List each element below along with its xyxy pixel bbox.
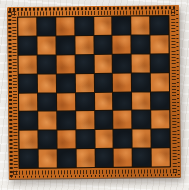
board-squares xyxy=(17,15,171,169)
square-g5[interactable] xyxy=(132,73,150,91)
square-b4[interactable] xyxy=(38,93,56,111)
square-e7[interactable] xyxy=(94,36,112,54)
square-a2[interactable] xyxy=(19,131,37,149)
square-e4[interactable] xyxy=(95,92,113,110)
square-d2[interactable] xyxy=(76,130,94,148)
square-a5[interactable] xyxy=(19,74,37,92)
table-surface xyxy=(0,0,189,190)
square-d3[interactable] xyxy=(76,111,94,129)
square-b1[interactable] xyxy=(38,150,56,168)
square-g6[interactable] xyxy=(132,54,150,72)
square-h5[interactable] xyxy=(151,73,169,91)
square-d1[interactable] xyxy=(76,149,94,167)
square-c1[interactable] xyxy=(57,149,75,167)
border-dentil-bottom xyxy=(11,174,179,178)
square-e1[interactable] xyxy=(95,149,113,167)
square-d7[interactable] xyxy=(75,36,93,54)
square-e5[interactable] xyxy=(94,73,112,91)
square-b5[interactable] xyxy=(38,74,56,92)
square-a3[interactable] xyxy=(19,112,37,130)
square-f2[interactable] xyxy=(114,130,132,148)
square-g1[interactable] xyxy=(133,149,151,167)
square-e8[interactable] xyxy=(94,17,112,35)
square-b6[interactable] xyxy=(37,55,55,73)
square-e6[interactable] xyxy=(94,55,112,73)
square-f5[interactable] xyxy=(113,73,131,91)
square-g3[interactable] xyxy=(132,111,150,129)
square-a4[interactable] xyxy=(19,93,37,111)
square-h2[interactable] xyxy=(152,129,170,147)
square-h8[interactable] xyxy=(150,16,168,34)
square-c3[interactable] xyxy=(57,112,75,130)
square-a8[interactable] xyxy=(18,18,36,36)
square-d8[interactable] xyxy=(75,17,93,35)
border-dentil-right xyxy=(176,7,180,175)
square-f6[interactable] xyxy=(113,54,131,72)
square-d6[interactable] xyxy=(75,55,93,73)
square-f8[interactable] xyxy=(113,17,131,35)
square-g7[interactable] xyxy=(132,35,150,53)
square-h1[interactable] xyxy=(152,148,170,166)
square-g8[interactable] xyxy=(131,16,149,34)
square-a7[interactable] xyxy=(18,36,36,54)
square-h7[interactable] xyxy=(151,35,169,53)
square-c4[interactable] xyxy=(57,93,75,111)
square-f4[interactable] xyxy=(113,92,131,110)
square-h4[interactable] xyxy=(151,92,169,110)
square-g2[interactable] xyxy=(133,130,151,148)
square-a1[interactable] xyxy=(20,150,38,168)
square-c2[interactable] xyxy=(57,130,75,148)
square-f3[interactable] xyxy=(114,111,132,129)
square-b8[interactable] xyxy=(37,17,55,35)
square-f7[interactable] xyxy=(113,35,131,53)
square-g4[interactable] xyxy=(132,92,150,110)
square-f1[interactable] xyxy=(114,149,132,167)
square-c7[interactable] xyxy=(56,36,74,54)
square-c6[interactable] xyxy=(56,55,74,73)
square-e2[interactable] xyxy=(95,130,113,148)
square-b2[interactable] xyxy=(38,131,56,149)
square-b7[interactable] xyxy=(37,36,55,54)
square-a6[interactable] xyxy=(19,55,37,73)
square-d4[interactable] xyxy=(76,93,94,111)
chess-board xyxy=(7,5,181,179)
square-e3[interactable] xyxy=(95,111,113,129)
square-d5[interactable] xyxy=(75,74,93,92)
square-c5[interactable] xyxy=(57,74,75,92)
square-h6[interactable] xyxy=(151,54,169,72)
square-b3[interactable] xyxy=(38,112,56,130)
square-c8[interactable] xyxy=(56,17,74,35)
square-h3[interactable] xyxy=(151,111,169,129)
